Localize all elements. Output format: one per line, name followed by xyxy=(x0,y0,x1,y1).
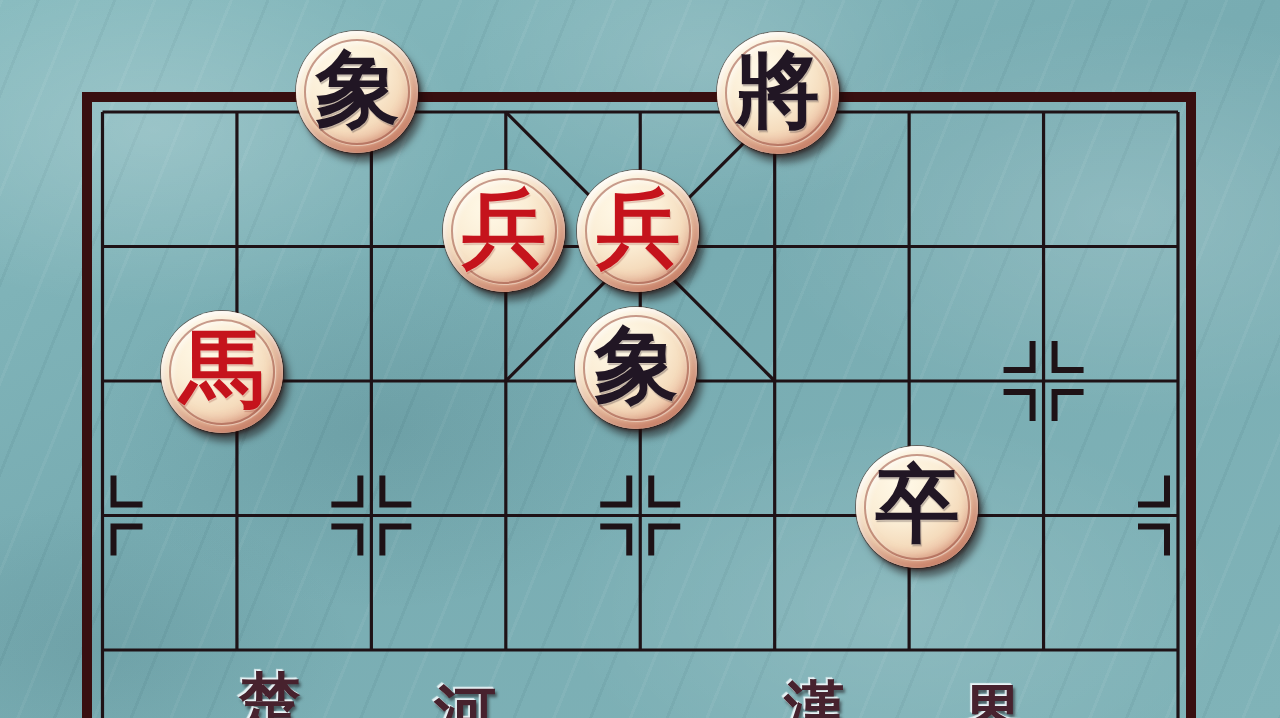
xiangqi-board: 象將兵兵馬象卒 楚河漢界 xyxy=(0,0,1280,718)
piece-character: 象 xyxy=(594,323,678,407)
piece-red-horse[interactable]: 馬 xyxy=(161,311,283,433)
piece-character: 馬 xyxy=(180,327,264,411)
piece-black-soldier[interactable]: 卒 xyxy=(856,446,978,568)
piece-black-general[interactable]: 將 xyxy=(717,32,839,154)
piece-character: 兵 xyxy=(596,186,680,270)
piece-black-elephant[interactable]: 象 xyxy=(575,307,697,429)
piece-black-elephant[interactable]: 象 xyxy=(296,31,418,153)
pieces-layer: 象將兵兵馬象卒 xyxy=(0,0,1280,718)
piece-character: 象 xyxy=(315,47,399,131)
piece-character: 兵 xyxy=(462,186,546,270)
piece-red-soldier[interactable]: 兵 xyxy=(443,170,565,292)
piece-red-soldier[interactable]: 兵 xyxy=(577,170,699,292)
piece-character: 卒 xyxy=(875,462,959,546)
piece-character: 將 xyxy=(736,48,820,132)
